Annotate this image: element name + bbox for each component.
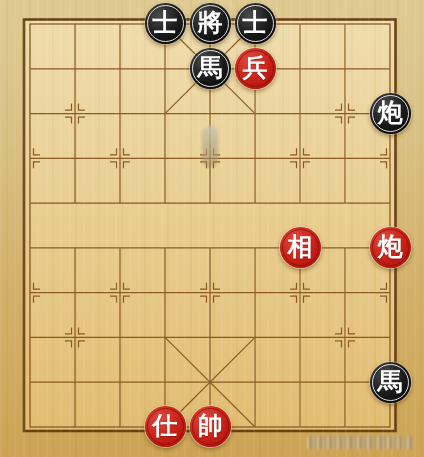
piece-glyph: 炮 [378, 100, 403, 125]
xiangqi-board-screen: 士將士馬兵炮相炮馬仕帥 [0, 0, 424, 457]
piece-black-cannon[interactable]: 炮 [370, 93, 411, 134]
piece-black-advisor-left[interactable]: 士 [145, 3, 186, 44]
piece-glyph: 仕 [153, 413, 178, 438]
piece-glyph: 兵 [243, 55, 268, 80]
piece-glyph: 馬 [378, 369, 403, 394]
piece-glyph: 將 [198, 10, 223, 35]
piece-glyph: 馬 [198, 55, 223, 80]
piece-glyph: 相 [288, 234, 313, 259]
piece-black-advisor-right[interactable]: 士 [235, 3, 276, 44]
piece-glyph: 炮 [378, 234, 403, 259]
piece-black-horse-palace[interactable]: 馬 [190, 48, 231, 89]
piece-glyph: 士 [243, 10, 268, 35]
piece-black-general[interactable]: 將 [190, 3, 231, 44]
piece-red-advisor[interactable]: 仕 [145, 406, 186, 447]
piece-glyph: 帥 [198, 413, 223, 438]
piece-glyph: 士 [153, 10, 178, 35]
piece-grid: 士將士馬兵炮相炮馬仕帥 [8, 2, 413, 450]
piece-black-horse-edge[interactable]: 馬 [370, 362, 411, 403]
piece-red-general[interactable]: 帥 [190, 406, 231, 447]
piece-red-cannon[interactable]: 炮 [370, 227, 411, 268]
piece-red-elephant[interactable]: 相 [280, 227, 321, 268]
piece-red-soldier[interactable]: 兵 [235, 48, 276, 89]
